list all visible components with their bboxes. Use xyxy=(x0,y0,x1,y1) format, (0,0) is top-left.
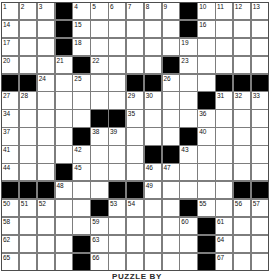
grid-cell-r4c4[interactable]: 21 xyxy=(56,57,72,73)
black-cell-r8c5 xyxy=(73,128,89,144)
grid-cell-r3c5[interactable]: 18 xyxy=(73,39,89,55)
grid-cell-r4c14[interactable] xyxy=(234,57,250,73)
clue-number: 34 xyxy=(3,110,10,117)
grid-cell-r7c8[interactable]: 35 xyxy=(127,110,143,126)
black-cell-r11c2 xyxy=(20,182,36,198)
grid-cell-r5c4[interactable] xyxy=(56,75,72,91)
black-cell-r12c11 xyxy=(180,200,196,216)
clue-number: 53 xyxy=(110,200,117,207)
clue-number: 7 xyxy=(128,3,132,10)
grid-cell-r6c15[interactable]: 33 xyxy=(252,92,268,108)
grid-cell-r4c7[interactable] xyxy=(109,57,125,73)
grid-cell-r8c6[interactable]: 38 xyxy=(91,128,107,144)
grid-cell-r9c5[interactable]: 42 xyxy=(73,146,89,162)
grid-cell-r14c7[interactable] xyxy=(109,236,125,252)
clue-number: 23 xyxy=(181,57,188,64)
black-cell-r11c1 xyxy=(2,182,18,198)
clue-number: 20 xyxy=(3,57,10,64)
grid-cell-r11c13[interactable] xyxy=(216,182,232,198)
clue-number: 35 xyxy=(128,110,135,117)
grid-cell-r5c5[interactable]: 25 xyxy=(73,75,89,91)
grid-cell-r2c5[interactable]: 15 xyxy=(73,21,89,37)
grid-cell-r15c10[interactable] xyxy=(163,254,179,270)
grid-cell-r15c8[interactable] xyxy=(127,254,143,270)
clue-number: 5 xyxy=(92,3,96,10)
grid-cell-r15c3[interactable] xyxy=(38,254,54,270)
grid-cell-r1c14[interactable]: 12 xyxy=(234,3,250,19)
black-cell-r2c4 xyxy=(56,21,72,37)
grid-cell-r9c1[interactable]: 41 xyxy=(2,146,18,162)
grid-cell-r6c1[interactable]: 27 xyxy=(2,92,18,108)
black-cell-r8c11 xyxy=(180,128,196,144)
grid-cell-r3c15[interactable] xyxy=(252,39,268,55)
grid-cell-r13c5[interactable] xyxy=(73,218,89,234)
black-cell-r5c1 xyxy=(2,75,18,91)
clue-number: 55 xyxy=(199,200,206,207)
grid-cell-r8c15[interactable] xyxy=(252,128,268,144)
black-cell-r5c8 xyxy=(127,75,143,91)
clue-number: 27 xyxy=(3,92,10,99)
black-cell-r5c13 xyxy=(216,75,232,91)
clue-number: 15 xyxy=(74,21,81,28)
grid-cell-r9c3[interactable] xyxy=(38,146,54,162)
grid-cell-r9c7[interactable] xyxy=(109,146,125,162)
grid-cell-r4c2[interactable] xyxy=(20,57,36,73)
black-cell-r6c12 xyxy=(198,92,214,108)
clue-number: 49 xyxy=(146,182,153,189)
grid-cell-r4c1[interactable]: 20 xyxy=(2,57,18,73)
grid-cell-r4c12[interactable] xyxy=(198,57,214,73)
grid-cell-r9c15[interactable] xyxy=(252,146,268,162)
grid-cell-r3c12[interactable] xyxy=(198,39,214,55)
black-cell-r1c11 xyxy=(180,3,196,19)
clue-number: 10 xyxy=(199,3,206,10)
grid-cell-r7c13[interactable] xyxy=(216,110,232,126)
grid-cell-r10c5[interactable]: 45 xyxy=(73,164,89,180)
clue-number: 52 xyxy=(39,200,46,207)
black-cell-r14c5 xyxy=(73,236,89,252)
grid-cell-r4c9[interactable] xyxy=(145,57,161,73)
clue-number: 66 xyxy=(92,254,99,261)
grid-cell-r7c5[interactable] xyxy=(73,110,89,126)
grid-cell-r7c4[interactable] xyxy=(56,110,72,126)
black-cell-r11c8 xyxy=(127,182,143,198)
grid-cell-r13c1[interactable]: 58 xyxy=(2,218,18,234)
grid-cell-r11c4[interactable]: 48 xyxy=(56,182,72,198)
grid-cell-r15c14[interactable] xyxy=(234,254,250,270)
grid-cell-r10c13[interactable] xyxy=(216,164,232,180)
grid-cell-r14c2[interactable] xyxy=(20,236,36,252)
clue-number: 13 xyxy=(253,3,260,10)
grid-cell-r1c8[interactable]: 7 xyxy=(127,3,143,19)
black-cell-r15c12 xyxy=(198,254,214,270)
grid-cell-r8c14[interactable] xyxy=(234,128,250,144)
clue-number: 45 xyxy=(74,164,81,171)
grid-cell-r4c3[interactable] xyxy=(38,57,54,73)
clue-number: 6 xyxy=(110,3,114,10)
black-cell-r15c5 xyxy=(73,254,89,270)
grid-cell-r9c4[interactable] xyxy=(56,146,72,162)
grid-cell-r11c5[interactable] xyxy=(73,182,89,198)
grid-cell-r10c10[interactable]: 47 xyxy=(163,164,179,180)
grid-cell-r13c6[interactable]: 59 xyxy=(91,218,107,234)
grid-cell-r13c7[interactable] xyxy=(109,218,125,234)
grid-cell-r1c5[interactable]: 4 xyxy=(73,3,89,19)
grid-cell-r15c15[interactable] xyxy=(252,254,268,270)
black-cell-r5c15 xyxy=(252,75,268,91)
grid-cell-r12c15[interactable]: 57 xyxy=(252,200,268,216)
grid-cell-r9c14[interactable] xyxy=(234,146,250,162)
grid-cell-r1c6[interactable]: 5 xyxy=(91,3,107,19)
grid-cell-r3c3[interactable] xyxy=(38,39,54,55)
grid-cell-r3c6[interactable] xyxy=(91,39,107,55)
grid-cell-r15c1[interactable]: 65 xyxy=(2,254,18,270)
grid-cell-r7c10[interactable] xyxy=(163,110,179,126)
clue-number: 4 xyxy=(74,3,78,10)
grid-cell-r3c13[interactable] xyxy=(216,39,232,55)
grid-cell-r12c2[interactable]: 51 xyxy=(20,200,36,216)
clue-number: 32 xyxy=(235,92,242,99)
grid-cell-r2c14[interactable] xyxy=(234,21,250,37)
clue-number: 58 xyxy=(3,218,10,225)
grid-cell-r9c13[interactable] xyxy=(216,146,232,162)
grid-cell-r14c1[interactable]: 62 xyxy=(2,236,18,252)
clue-number: 50 xyxy=(3,200,10,207)
grid-cell-r7c1[interactable]: 34 xyxy=(2,110,18,126)
grid-cell-r2c9[interactable] xyxy=(145,21,161,37)
grid-cell-r10c9[interactable]: 46 xyxy=(145,164,161,180)
grid-cell-r9c12[interactable] xyxy=(198,146,214,162)
clue-number: 1 xyxy=(3,3,7,10)
grid-cell-r13c4[interactable] xyxy=(56,218,72,234)
clue-number: 64 xyxy=(217,236,224,243)
grid-cell-r12c4[interactable] xyxy=(56,200,72,216)
grid-cell-r12c1[interactable]: 50 xyxy=(2,200,18,216)
grid-cell-r6c5[interactable] xyxy=(73,92,89,108)
clue-number: 36 xyxy=(199,110,206,117)
grid-cell-r13c9[interactable] xyxy=(145,218,161,234)
grid-cell-r1c7[interactable]: 6 xyxy=(109,3,125,19)
grid-cell-r7c11[interactable] xyxy=(180,110,196,126)
grid-cell-r10c6[interactable] xyxy=(91,164,107,180)
clue-number: 67 xyxy=(217,254,224,261)
clue-number: 62 xyxy=(3,236,10,243)
clue-number: 16 xyxy=(199,21,206,28)
black-cell-r5c2 xyxy=(20,75,36,91)
grid-cell-r5c6[interactable] xyxy=(91,75,107,91)
clue-number: 11 xyxy=(217,3,224,10)
grid-cell-r14c3[interactable] xyxy=(38,236,54,252)
clue-number: 18 xyxy=(74,39,81,46)
grid-cell-r11c9[interactable]: 49 xyxy=(145,182,161,198)
grid-cell-r6c10[interactable] xyxy=(163,92,179,108)
grid-cell-r7c3[interactable] xyxy=(38,110,54,126)
black-cell-r9c9 xyxy=(145,146,161,162)
clue-number: 40 xyxy=(199,128,206,135)
grid-cell-r14c6[interactable]: 63 xyxy=(91,236,107,252)
clue-number: 59 xyxy=(92,218,99,225)
clue-number: 17 xyxy=(3,39,10,46)
grid-cell-r10c1[interactable]: 44 xyxy=(2,164,18,180)
clue-number: 26 xyxy=(164,75,171,82)
clue-number: 61 xyxy=(217,218,224,225)
grid-cell-r15c7[interactable] xyxy=(109,254,125,270)
clue-number: 38 xyxy=(92,128,99,135)
grid-cell-r8c7[interactable]: 39 xyxy=(109,128,125,144)
grid-cell-r2c8[interactable] xyxy=(127,21,143,37)
clue-number: 57 xyxy=(253,200,260,207)
clue-number: 28 xyxy=(21,92,28,99)
grid-cell-r12c3[interactable]: 52 xyxy=(38,200,54,216)
clue-number: 47 xyxy=(164,164,171,171)
grid-cell-r2c10[interactable] xyxy=(163,21,179,37)
clue-number: 43 xyxy=(181,146,188,153)
grid-cell-r3c9[interactable] xyxy=(145,39,161,55)
clue-number: 25 xyxy=(74,75,81,82)
grid-cell-r12c9[interactable] xyxy=(145,200,161,216)
clue-number: 44 xyxy=(3,164,10,171)
grid-cell-r4c11[interactable]: 23 xyxy=(180,57,196,73)
grid-cell-r5c12[interactable] xyxy=(198,75,214,91)
black-cell-r10c4 xyxy=(56,164,72,180)
grid-cell-r3c11[interactable]: 19 xyxy=(180,39,196,55)
grid-cell-r8c12[interactable]: 40 xyxy=(198,128,214,144)
grid-cell-r2c7[interactable] xyxy=(109,21,125,37)
clue-number: 3 xyxy=(39,3,43,10)
grid-cell-r13c8[interactable] xyxy=(127,218,143,234)
grid-cell-r12c10[interactable] xyxy=(163,200,179,216)
grid-cell-r10c12[interactable] xyxy=(198,164,214,180)
black-cell-r11c15 xyxy=(252,182,268,198)
grid-cell-r15c2[interactable] xyxy=(20,254,36,270)
black-cell-r1c4 xyxy=(56,3,72,19)
grid-cell-r11c6[interactable] xyxy=(91,182,107,198)
grid-cell-r2c13[interactable] xyxy=(216,21,232,37)
grid-cell-r8c2[interactable] xyxy=(20,128,36,144)
grid-cell-r13c14[interactable] xyxy=(234,218,250,234)
grid-cell-r2c3[interactable] xyxy=(38,21,54,37)
black-cell-r11c3 xyxy=(38,182,54,198)
grid-cell-r14c8[interactable] xyxy=(127,236,143,252)
clue-number: 9 xyxy=(164,3,168,10)
clue-number: 12 xyxy=(235,3,242,10)
grid-cell-r12c5[interactable] xyxy=(73,200,89,216)
clue-number: 65 xyxy=(3,254,10,261)
grid-cell-r14c14[interactable] xyxy=(234,236,250,252)
grid-cell-r10c11[interactable] xyxy=(180,164,196,180)
black-cell-r11c7 xyxy=(109,182,125,198)
clue-number: 37 xyxy=(3,128,10,135)
grid-cell-r7c14[interactable] xyxy=(234,110,250,126)
grid-cell-r13c11[interactable]: 60 xyxy=(180,218,196,234)
grid-cell-r2c1[interactable]: 14 xyxy=(2,21,18,37)
grid-cell-r14c10[interactable] xyxy=(163,236,179,252)
grid-cell-r13c3[interactable] xyxy=(38,218,54,234)
grid-cell-r2c12[interactable]: 16 xyxy=(198,21,214,37)
grid-cell-r14c4[interactable] xyxy=(56,236,72,252)
clue-number: 41 xyxy=(3,146,10,153)
grid-cell-r13c13[interactable]: 61 xyxy=(216,218,232,234)
grid-cell-r10c8[interactable] xyxy=(127,164,143,180)
black-cell-r5c9 xyxy=(145,75,161,91)
clue-number: 46 xyxy=(146,164,153,171)
black-cell-r14c12 xyxy=(198,236,214,252)
grid-cell-r4c15[interactable] xyxy=(252,57,268,73)
grid-cell-r7c12[interactable]: 36 xyxy=(198,110,214,126)
grid-cell-r3c8[interactable] xyxy=(127,39,143,55)
clue-number: 2 xyxy=(21,3,25,10)
grid-cell-r1c10[interactable]: 9 xyxy=(163,3,179,19)
grid-cell-r4c6[interactable]: 22 xyxy=(91,57,107,73)
clue-number: 42 xyxy=(74,146,81,153)
puzzle-byline: PUZZLE BY xyxy=(112,272,269,279)
grid-cell-r6c11[interactable] xyxy=(180,92,196,108)
grid-cell-r5c11[interactable] xyxy=(180,75,196,91)
grid-cell-r9c2[interactable] xyxy=(20,146,36,162)
grid-cell-r6c2[interactable]: 28 xyxy=(20,92,36,108)
grid-cell-r5c10[interactable]: 26 xyxy=(163,75,179,91)
grid-cell-r13c10[interactable] xyxy=(163,218,179,234)
clue-number: 14 xyxy=(3,21,10,28)
clue-number: 22 xyxy=(92,57,99,64)
grid-cell-r12c8[interactable]: 54 xyxy=(127,200,143,216)
grid-cell-r2c2[interactable] xyxy=(20,21,36,37)
grid-cell-r8c4[interactable] xyxy=(56,128,72,144)
grid-cell-r1c1[interactable]: 1 xyxy=(2,3,18,19)
clue-number: 19 xyxy=(181,39,188,46)
grid-cell-r9c6[interactable] xyxy=(91,146,107,162)
grid-cell-r12c7[interactable]: 53 xyxy=(109,200,125,216)
grid-cell-r7c15[interactable] xyxy=(252,110,268,126)
clue-number: 60 xyxy=(181,218,188,225)
grid-cell-r15c11[interactable] xyxy=(180,254,196,270)
grid-cell-r2c6[interactable] xyxy=(91,21,107,37)
grid-cell-r12c14[interactable]: 56 xyxy=(234,200,250,216)
grid-cell-r8c8[interactable] xyxy=(127,128,143,144)
grid-cell-r3c14[interactable] xyxy=(234,39,250,55)
grid-cell-r11c11[interactable] xyxy=(180,182,196,198)
clue-number: 30 xyxy=(146,92,153,99)
black-cell-r9c10 xyxy=(163,146,179,162)
grid-cell-r14c15[interactable] xyxy=(252,236,268,252)
grid-cell-r8c10[interactable] xyxy=(163,128,179,144)
grid-cell-r6c13[interactable]: 31 xyxy=(216,92,232,108)
grid-cell-r1c2[interactable]: 2 xyxy=(20,3,36,19)
grid-cell-r8c13[interactable] xyxy=(216,128,232,144)
grid-cell-r5c7[interactable] xyxy=(109,75,125,91)
grid-cell-r8c9[interactable] xyxy=(145,128,161,144)
clue-number: 33 xyxy=(253,92,260,99)
grid-cell-r1c12[interactable]: 10 xyxy=(198,3,214,19)
grid-cell-r4c13[interactable] xyxy=(216,57,232,73)
grid-cell-r10c14[interactable] xyxy=(234,164,250,180)
clue-number: 51 xyxy=(21,200,28,207)
clue-number: 24 xyxy=(39,75,46,82)
clue-number: 31 xyxy=(217,92,224,99)
grid-cell-r1c3[interactable]: 3 xyxy=(38,3,54,19)
grid-cell-r6c7[interactable] xyxy=(109,92,125,108)
grid-cell-r7c9[interactable] xyxy=(145,110,161,126)
grid-cell-r6c9[interactable]: 30 xyxy=(145,92,161,108)
black-cell-r12c6 xyxy=(91,200,107,216)
grid-cell-r6c14[interactable]: 32 xyxy=(234,92,250,108)
clue-number: 39 xyxy=(110,128,117,135)
grid-cell-r10c15[interactable] xyxy=(252,164,268,180)
grid-cell-r3c1[interactable]: 17 xyxy=(2,39,18,55)
grid-cell-r15c13[interactable]: 67 xyxy=(216,254,232,270)
grid-cell-r11c12[interactable] xyxy=(198,182,214,198)
clue-number: 63 xyxy=(92,236,99,243)
grid-cell-r2c15[interactable] xyxy=(252,21,268,37)
grid-cell-r6c8[interactable]: 29 xyxy=(127,92,143,108)
grid-cell-r10c3[interactable] xyxy=(38,164,54,180)
grid-cell-r3c7[interactable] xyxy=(109,39,125,55)
grid-cell-r8c1[interactable]: 37 xyxy=(2,128,18,144)
clue-number: 54 xyxy=(128,200,135,207)
grid-cell-r6c6[interactable] xyxy=(91,92,107,108)
black-cell-r7c7 xyxy=(109,110,125,126)
grid-cell-r5c3[interactable]: 24 xyxy=(38,75,54,91)
grid-cell-r15c6[interactable]: 66 xyxy=(91,254,107,270)
grid-cell-r11c10[interactable] xyxy=(163,182,179,198)
black-cell-r11c14 xyxy=(234,182,250,198)
grid-cell-r4c8[interactable] xyxy=(127,57,143,73)
crossword-board: 1234567891011121314151617181920212223242… xyxy=(1,2,269,271)
grid-cell-r14c9[interactable] xyxy=(145,236,161,252)
black-cell-r4c5 xyxy=(73,57,89,73)
grid-cell-r9c11[interactable]: 43 xyxy=(180,146,196,162)
clue-number: 21 xyxy=(57,57,64,64)
grid-cell-r6c3[interactable] xyxy=(38,92,54,108)
clue-number: 48 xyxy=(57,182,64,189)
black-cell-r4c10 xyxy=(163,57,179,73)
clue-number: 56 xyxy=(235,200,242,207)
black-cell-r2c11 xyxy=(180,21,196,37)
grid-cell-r12c12[interactable]: 55 xyxy=(198,200,214,216)
black-cell-r7c6 xyxy=(91,110,107,126)
grid-cell-r10c2[interactable] xyxy=(20,164,36,180)
grid-cell-r6c4[interactable] xyxy=(56,92,72,108)
black-cell-r3c4 xyxy=(56,39,72,55)
grid-cell-r8c3[interactable] xyxy=(38,128,54,144)
grid-cell-r15c4[interactable] xyxy=(56,254,72,270)
grid-cell-r1c15[interactable]: 13 xyxy=(252,3,268,19)
grid-cell-r9c8[interactable] xyxy=(127,146,143,162)
black-cell-r5c14 xyxy=(234,75,250,91)
grid-cell-r14c13[interactable]: 64 xyxy=(216,236,232,252)
clue-number: 29 xyxy=(128,92,135,99)
grid-cell-r1c9[interactable]: 8 xyxy=(145,3,161,19)
grid-cell-r12c13[interactable] xyxy=(216,200,232,216)
grid-cell-r1c13[interactable]: 11 xyxy=(216,3,232,19)
grid-cell-r10c7[interactable] xyxy=(109,164,125,180)
grid-cell-r14c11[interactable] xyxy=(180,236,196,252)
grid-cell-r3c10[interactable] xyxy=(163,39,179,55)
grid-cell-r13c15[interactable] xyxy=(252,218,268,234)
black-cell-r13c12 xyxy=(198,218,214,234)
grid-cell-r3c2[interactable] xyxy=(20,39,36,55)
grid-cell-r15c9[interactable] xyxy=(145,254,161,270)
clue-number: 8 xyxy=(146,3,150,10)
grid-cell-r13c2[interactable] xyxy=(20,218,36,234)
grid-cell-r7c2[interactable] xyxy=(20,110,36,126)
